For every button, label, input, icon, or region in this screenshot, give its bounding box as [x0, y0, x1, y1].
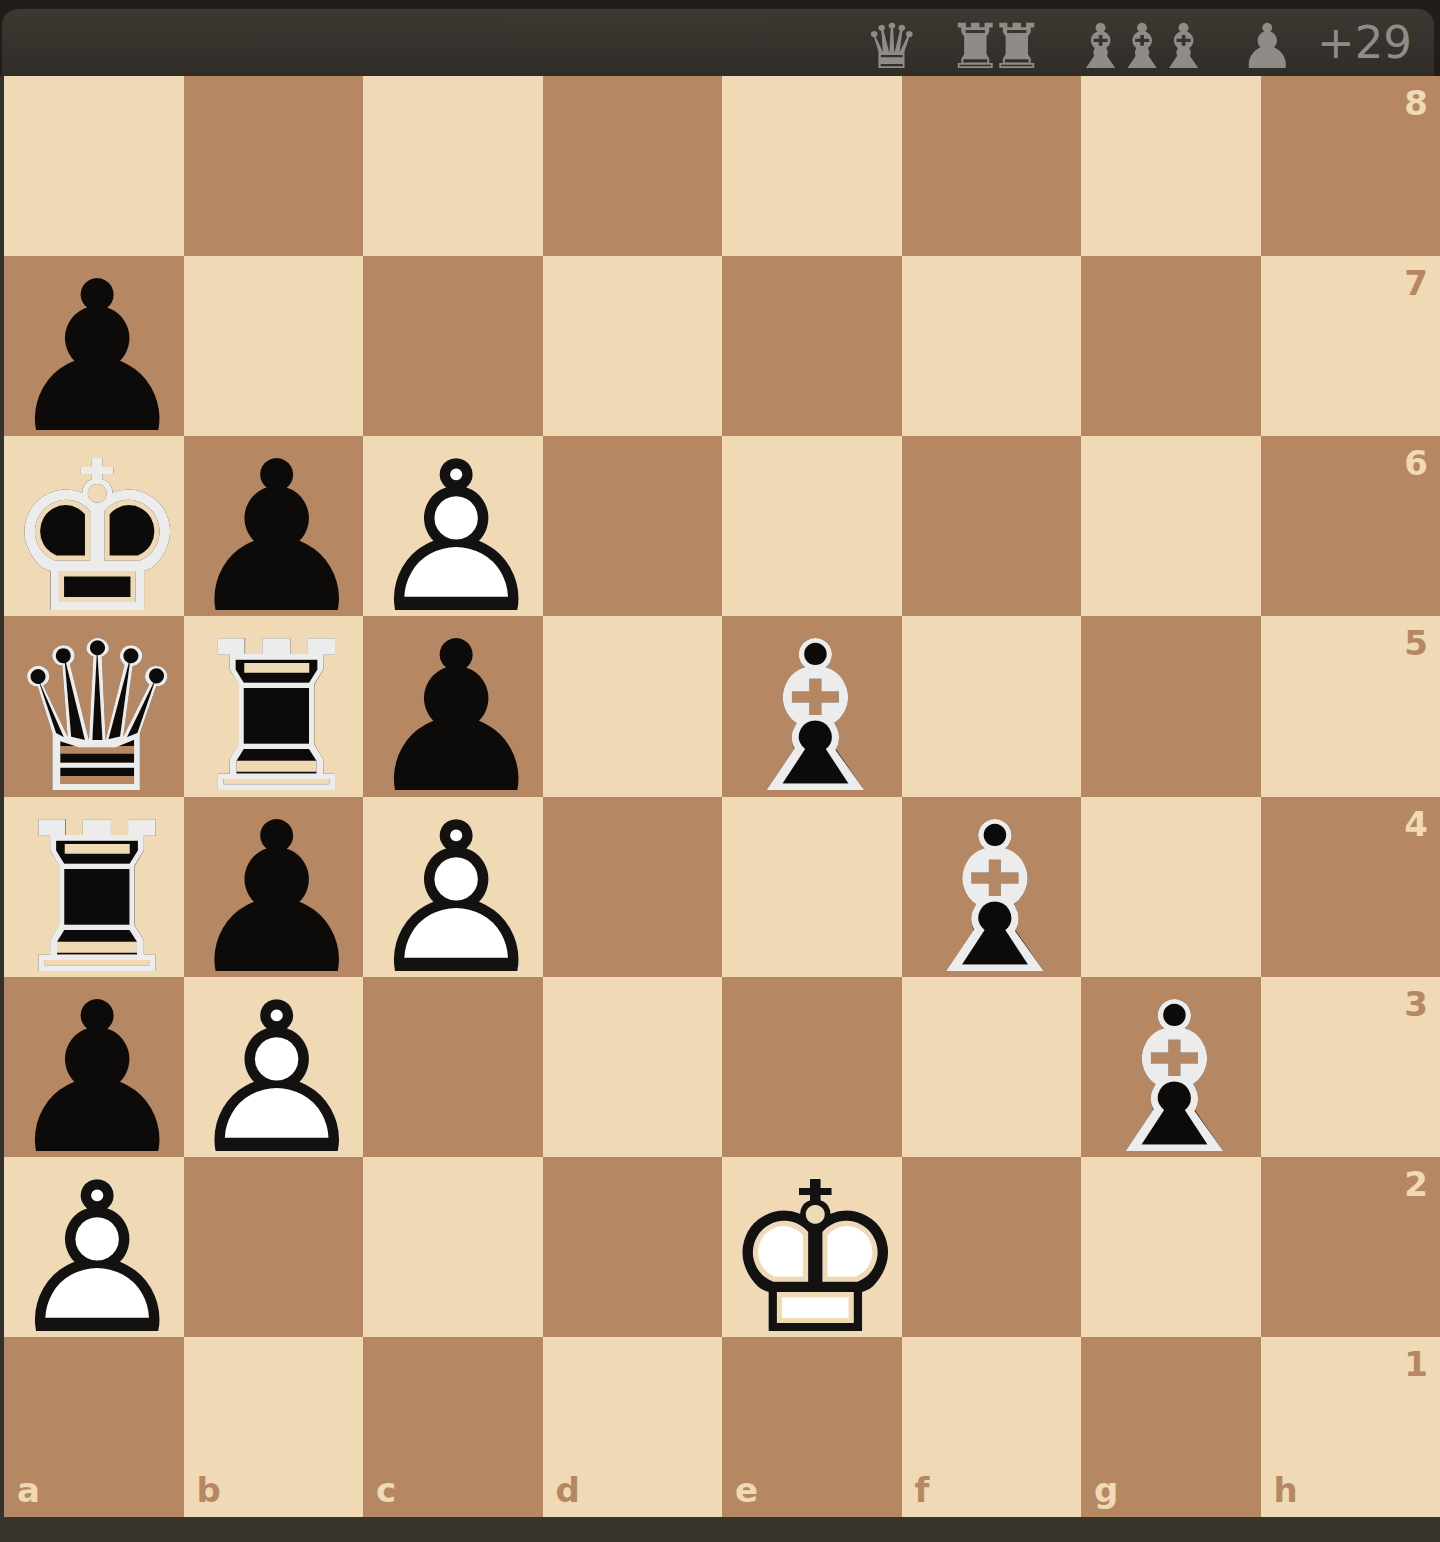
square-g8[interactable]: [1081, 76, 1261, 256]
square-c8[interactable]: [363, 76, 543, 256]
captured-pawn-group: ♟: [1239, 12, 1295, 74]
file-label-c: c: [376, 1473, 396, 1507]
white-pawn[interactable]: ♟♙: [4, 1157, 184, 1337]
square-h1[interactable]: 1h: [1261, 1337, 1440, 1517]
square-b2[interactable]: [184, 1157, 364, 1337]
square-h7[interactable]: 7: [1261, 256, 1440, 436]
black-pawn[interactable]: ♟: [184, 436, 364, 616]
captured-queen-group: ♛: [864, 12, 920, 74]
square-e3[interactable]: [722, 977, 902, 1157]
material-advantage-bar: ♛♜♜♝♝♝♟ +29: [2, 9, 1434, 76]
rank-label-3: 3: [1404, 987, 1428, 1021]
rank-label-5: 5: [1404, 626, 1428, 660]
square-d6[interactable]: [543, 436, 723, 616]
black-pawn[interactable]: ♟: [363, 616, 543, 796]
square-g5[interactable]: [1081, 616, 1261, 796]
top-bar: ♛♜♜♝♝♝♟ +29: [0, 0, 1440, 76]
square-g6[interactable]: [1081, 436, 1261, 616]
square-a1[interactable]: a: [4, 1337, 184, 1517]
square-h2[interactable]: 2: [1261, 1157, 1440, 1337]
square-a4[interactable]: ♜♖: [4, 797, 184, 977]
square-f1[interactable]: f: [902, 1337, 1082, 1517]
square-g4[interactable]: [1081, 797, 1261, 977]
square-h6[interactable]: 6: [1261, 436, 1440, 616]
black-bishop[interactable]: ♝♗: [1081, 977, 1261, 1157]
square-b3[interactable]: ♟♙: [184, 977, 364, 1157]
square-e8[interactable]: [722, 76, 902, 256]
black-bishop[interactable]: ♝♗: [902, 797, 1082, 977]
square-a7[interactable]: ♟: [4, 256, 184, 436]
rank-label-1: 1: [1404, 1347, 1428, 1381]
square-d5[interactable]: [543, 616, 723, 796]
square-c3[interactable]: [363, 977, 543, 1157]
captured-pieces: ♛♜♜♝♝♝♟: [864, 12, 1295, 74]
square-g3[interactable]: ♝♗: [1081, 977, 1261, 1157]
white-pawn[interactable]: ♟♙: [363, 797, 543, 977]
pawn-icon: ♟: [1239, 16, 1295, 78]
square-d8[interactable]: [543, 76, 723, 256]
square-e5[interactable]: ♝♗: [722, 616, 902, 796]
square-a5[interactable]: ♛♕: [4, 616, 184, 796]
square-h4[interactable]: 4: [1261, 797, 1440, 977]
square-c5[interactable]: ♟: [363, 616, 543, 796]
square-a8[interactable]: [4, 76, 184, 256]
square-d3[interactable]: [543, 977, 723, 1157]
square-g1[interactable]: g: [1081, 1337, 1261, 1517]
square-a6[interactable]: ♚♔: [4, 436, 184, 616]
square-b1[interactable]: b: [184, 1337, 364, 1517]
square-f5[interactable]: [902, 616, 1082, 796]
square-e6[interactable]: [722, 436, 902, 616]
square-f2[interactable]: [902, 1157, 1082, 1337]
black-queen[interactable]: ♛♕: [4, 616, 184, 796]
white-king[interactable]: ♚♔: [722, 1157, 902, 1337]
square-c4[interactable]: ♟♙: [363, 797, 543, 977]
square-h8[interactable]: 8: [1261, 76, 1440, 256]
bishop-icon: ♝: [1156, 16, 1212, 78]
file-label-g: g: [1094, 1473, 1118, 1507]
square-a3[interactable]: ♟: [4, 977, 184, 1157]
square-e4[interactable]: [722, 797, 902, 977]
square-f7[interactable]: [902, 256, 1082, 436]
square-c1[interactable]: c: [363, 1337, 543, 1517]
black-bishop[interactable]: ♝♗: [722, 616, 902, 796]
square-a2[interactable]: ♟♙: [4, 1157, 184, 1337]
black-rook[interactable]: ♜♖: [184, 616, 364, 796]
captured-rook-group: ♜♜: [947, 12, 1044, 74]
file-label-f: f: [915, 1473, 930, 1507]
square-f4[interactable]: ♝♗: [902, 797, 1082, 977]
file-label-a: a: [17, 1473, 40, 1507]
square-f8[interactable]: [902, 76, 1082, 256]
file-label-e: e: [735, 1473, 758, 1507]
file-label-d: d: [556, 1473, 580, 1507]
square-h5[interactable]: 5: [1261, 616, 1440, 796]
square-d4[interactable]: [543, 797, 723, 977]
black-king[interactable]: ♚♔: [4, 436, 184, 616]
white-pawn[interactable]: ♟♙: [184, 977, 364, 1157]
square-f6[interactable]: [902, 436, 1082, 616]
rank-label-2: 2: [1404, 1167, 1428, 1201]
rank-label-6: 6: [1404, 446, 1428, 480]
black-rook[interactable]: ♜♖: [4, 797, 184, 977]
black-pawn[interactable]: ♟: [184, 797, 364, 977]
chess-board: 8♟7♚♔♟♟♙6♛♕♜♖♟♝♗5♜♖♟♟♙♝♗4♟♟♙♝♗3♟♙♚♔2abcd…: [4, 76, 1440, 1517]
rank-label-4: 4: [1404, 807, 1428, 841]
square-d2[interactable]: [543, 1157, 723, 1337]
square-h3[interactable]: 3: [1261, 977, 1440, 1157]
square-b5[interactable]: ♜♖: [184, 616, 364, 796]
square-b4[interactable]: ♟: [184, 797, 364, 977]
file-label-h: h: [1274, 1473, 1298, 1507]
square-g2[interactable]: [1081, 1157, 1261, 1337]
captured-bishop-group: ♝♝♝: [1073, 12, 1212, 74]
square-b8[interactable]: [184, 76, 364, 256]
rank-label-7: 7: [1404, 266, 1428, 300]
rook-icon: ♜: [989, 16, 1045, 78]
square-f3[interactable]: [902, 977, 1082, 1157]
square-c7[interactable]: [363, 256, 543, 436]
queen-icon: ♛: [864, 16, 920, 78]
board-bottom-frame: [0, 1517, 1440, 1542]
file-label-b: b: [197, 1473, 221, 1507]
square-g7[interactable]: [1081, 256, 1261, 436]
square-d7[interactable]: [543, 256, 723, 436]
square-b7[interactable]: [184, 256, 364, 436]
black-pawn[interactable]: ♟: [4, 256, 184, 436]
black-pawn[interactable]: ♟: [4, 977, 184, 1157]
square-e1[interactable]: e: [722, 1337, 902, 1517]
square-e7[interactable]: [722, 256, 902, 436]
square-b6[interactable]: ♟: [184, 436, 364, 616]
square-e2[interactable]: ♚♔: [722, 1157, 902, 1337]
square-c2[interactable]: [363, 1157, 543, 1337]
square-d1[interactable]: d: [543, 1337, 723, 1517]
material-score: +29: [1317, 20, 1412, 65]
square-c6[interactable]: ♟♙: [363, 436, 543, 616]
white-pawn[interactable]: ♟♙: [363, 436, 543, 616]
rank-label-8: 8: [1404, 86, 1428, 120]
